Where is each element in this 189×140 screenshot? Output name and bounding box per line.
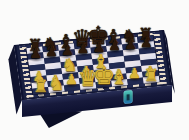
clasp-pin (127, 94, 130, 100)
box-clasp-icon (124, 90, 133, 104)
chess-set-photo: ♜♞♝♛♚♝♞♜♟♟♟♟♟♟♟♟♞♝♟♟♟♟♟♟♟♟♜♞♛♚♝♜ (0, 0, 189, 140)
